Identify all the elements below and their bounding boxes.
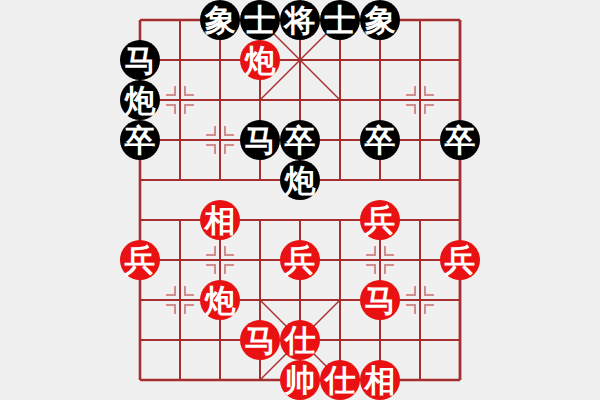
piece-red-elephant[interactable]: 相 bbox=[200, 200, 240, 240]
piece-red-advisor[interactable]: 仕 bbox=[320, 360, 360, 400]
piece-black-soldier[interactable]: 卒 bbox=[440, 120, 480, 160]
piece-black-advisor[interactable]: 士 bbox=[320, 0, 360, 40]
piece-red-horse[interactable]: 马 bbox=[360, 280, 400, 320]
piece-red-king[interactable]: 帅 bbox=[280, 360, 320, 400]
piece-black-horse[interactable]: 马 bbox=[120, 40, 160, 80]
piece-red-cannon[interactable]: 炮 bbox=[240, 40, 280, 80]
piece-black-advisor[interactable]: 士 bbox=[240, 0, 280, 40]
piece-black-soldier[interactable]: 卒 bbox=[360, 120, 400, 160]
piece-black-cannon[interactable]: 炮 bbox=[120, 80, 160, 120]
piece-red-elephant[interactable]: 相 bbox=[360, 360, 400, 400]
piece-red-horse[interactable]: 马 bbox=[240, 320, 280, 360]
xiangqi-board: 象士将士象马炮炮卒马卒卒卒炮相兵兵兵兵炮马马仕帅仕相 bbox=[0, 0, 600, 400]
piece-red-soldier[interactable]: 兵 bbox=[280, 240, 320, 280]
piece-black-cannon[interactable]: 炮 bbox=[280, 160, 320, 200]
piece-red-soldier[interactable]: 兵 bbox=[440, 240, 480, 280]
piece-black-soldier[interactable]: 卒 bbox=[120, 120, 160, 160]
piece-black-soldier[interactable]: 卒 bbox=[280, 120, 320, 160]
piece-black-elephant[interactable]: 象 bbox=[200, 0, 240, 40]
piece-red-soldier[interactable]: 兵 bbox=[120, 240, 160, 280]
piece-red-soldier[interactable]: 兵 bbox=[360, 200, 400, 240]
piece-red-cannon[interactable]: 炮 bbox=[200, 280, 240, 320]
piece-black-horse[interactable]: 马 bbox=[240, 120, 280, 160]
piece-black-general[interactable]: 将 bbox=[280, 0, 320, 40]
piece-black-elephant[interactable]: 象 bbox=[360, 0, 400, 40]
piece-red-advisor[interactable]: 仕 bbox=[280, 320, 320, 360]
pieces-layer: 象士将士象马炮炮卒马卒卒卒炮相兵兵兵兵炮马马仕帅仕相 bbox=[0, 0, 600, 400]
